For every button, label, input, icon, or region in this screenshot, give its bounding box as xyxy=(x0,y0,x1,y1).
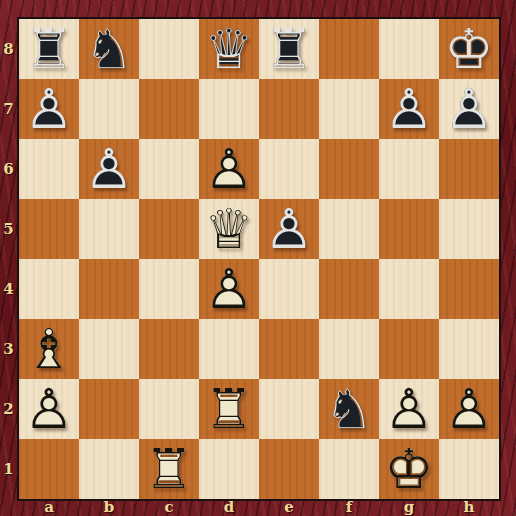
square-c5[interactable] xyxy=(139,199,199,259)
square-d5[interactable]: ♛♕ xyxy=(199,199,259,259)
square-f6[interactable] xyxy=(319,139,379,199)
square-d4[interactable]: ♟♙ xyxy=(199,259,259,319)
square-b8[interactable]: ♞♘ xyxy=(79,19,139,79)
piece-outline-glyph: ♘ xyxy=(79,19,139,79)
rank-label-3: 3 xyxy=(0,319,17,379)
square-h1[interactable] xyxy=(439,439,499,499)
piece-outline-glyph: ♕ xyxy=(199,19,259,79)
piece-outline-glyph: ♙ xyxy=(79,139,139,199)
black-knight[interactable]: ♞♘ xyxy=(319,379,379,439)
black-knight[interactable]: ♞♘ xyxy=(79,19,139,79)
square-d6[interactable]: ♟♙ xyxy=(199,139,259,199)
square-h3[interactable] xyxy=(439,319,499,379)
square-h5[interactable] xyxy=(439,199,499,259)
rank-label-6: 6 xyxy=(0,139,17,199)
chess-board: ♜♖♞♘♛♕♜♖♚♔♟♙♟♙♟♙♟♙♟♙♛♕♟♙♟♙♝♗♟♙♜♖♞♘♟♙♟♙♜♖… xyxy=(17,17,501,501)
black-pawn[interactable]: ♟♙ xyxy=(19,79,79,139)
square-e8[interactable]: ♜♖ xyxy=(259,19,319,79)
piece-outline-glyph: ♖ xyxy=(199,379,259,439)
white-bishop[interactable]: ♝♗ xyxy=(19,319,79,379)
piece-outline-glyph: ♙ xyxy=(199,139,259,199)
file-label-g: g xyxy=(379,499,439,515)
square-h8[interactable]: ♚♔ xyxy=(439,19,499,79)
rank-label-2: 2 xyxy=(0,379,17,439)
square-b1[interactable] xyxy=(79,439,139,499)
piece-outline-glyph: ♙ xyxy=(379,79,439,139)
square-c3[interactable] xyxy=(139,319,199,379)
white-pawn[interactable]: ♟♙ xyxy=(19,379,79,439)
piece-outline-glyph: ♙ xyxy=(379,379,439,439)
rank-label-7: 7 xyxy=(0,79,17,139)
file-label-f: f xyxy=(319,499,379,515)
square-e3[interactable] xyxy=(259,319,319,379)
square-d7[interactable] xyxy=(199,79,259,139)
piece-outline-glyph: ♗ xyxy=(19,319,79,379)
black-pawn[interactable]: ♟♙ xyxy=(259,199,319,259)
piece-outline-glyph: ♕ xyxy=(199,199,259,259)
black-pawn[interactable]: ♟♙ xyxy=(379,79,439,139)
square-e6[interactable] xyxy=(259,139,319,199)
square-g2[interactable]: ♟♙ xyxy=(379,379,439,439)
piece-outline-glyph: ♖ xyxy=(19,19,79,79)
square-g1[interactable]: ♚♔ xyxy=(379,439,439,499)
piece-outline-glyph: ♔ xyxy=(439,19,499,79)
square-a1[interactable] xyxy=(19,439,79,499)
square-a3[interactable]: ♝♗ xyxy=(19,319,79,379)
rank-label-8: 8 xyxy=(0,19,17,79)
rank-label-4: 4 xyxy=(0,259,17,319)
piece-outline-glyph: ♙ xyxy=(259,199,319,259)
square-f7[interactable] xyxy=(319,79,379,139)
square-d3[interactable] xyxy=(199,319,259,379)
square-g3[interactable] xyxy=(379,319,439,379)
square-a5[interactable] xyxy=(19,199,79,259)
black-pawn[interactable]: ♟♙ xyxy=(79,139,139,199)
square-e7[interactable] xyxy=(259,79,319,139)
square-e5[interactable]: ♟♙ xyxy=(259,199,319,259)
square-f4[interactable] xyxy=(319,259,379,319)
white-rook[interactable]: ♜♖ xyxy=(199,379,259,439)
square-h6[interactable] xyxy=(439,139,499,199)
rank-label-5: 5 xyxy=(0,199,17,259)
square-d2[interactable]: ♜♖ xyxy=(199,379,259,439)
black-rook[interactable]: ♜♖ xyxy=(19,19,79,79)
piece-outline-glyph: ♙ xyxy=(19,79,79,139)
square-f1[interactable] xyxy=(319,439,379,499)
square-c1[interactable]: ♜♖ xyxy=(139,439,199,499)
square-b5[interactable] xyxy=(79,199,139,259)
square-f2[interactable]: ♞♘ xyxy=(319,379,379,439)
square-e1[interactable] xyxy=(259,439,319,499)
square-f5[interactable] xyxy=(319,199,379,259)
piece-outline-glyph: ♙ xyxy=(199,259,259,319)
square-d8[interactable]: ♛♕ xyxy=(199,19,259,79)
square-a4[interactable] xyxy=(19,259,79,319)
square-b6[interactable]: ♟♙ xyxy=(79,139,139,199)
square-e4[interactable] xyxy=(259,259,319,319)
square-f3[interactable] xyxy=(319,319,379,379)
piece-outline-glyph: ♙ xyxy=(439,379,499,439)
white-pawn[interactable]: ♟♙ xyxy=(199,139,259,199)
square-f8[interactable] xyxy=(319,19,379,79)
square-c7[interactable] xyxy=(139,79,199,139)
file-label-c: c xyxy=(139,499,199,515)
black-king[interactable]: ♚♔ xyxy=(439,19,499,79)
square-b4[interactable] xyxy=(79,259,139,319)
square-a7[interactable]: ♟♙ xyxy=(19,79,79,139)
square-d1[interactable] xyxy=(199,439,259,499)
square-c4[interactable] xyxy=(139,259,199,319)
square-h4[interactable] xyxy=(439,259,499,319)
piece-outline-glyph: ♙ xyxy=(439,79,499,139)
square-h7[interactable]: ♟♙ xyxy=(439,79,499,139)
square-g4[interactable] xyxy=(379,259,439,319)
square-g7[interactable]: ♟♙ xyxy=(379,79,439,139)
piece-outline-glyph: ♔ xyxy=(379,439,439,499)
piece-outline-glyph: ♙ xyxy=(19,379,79,439)
white-pawn[interactable]: ♟♙ xyxy=(439,379,499,439)
white-pawn[interactable]: ♟♙ xyxy=(199,259,259,319)
piece-outline-glyph: ♖ xyxy=(139,439,199,499)
square-c8[interactable] xyxy=(139,19,199,79)
file-label-e: e xyxy=(259,499,319,515)
square-g8[interactable] xyxy=(379,19,439,79)
square-b3[interactable] xyxy=(79,319,139,379)
square-a2[interactable]: ♟♙ xyxy=(19,379,79,439)
square-h2[interactable]: ♟♙ xyxy=(439,379,499,439)
white-king[interactable]: ♚♔ xyxy=(379,439,439,499)
file-label-h: h xyxy=(439,499,499,515)
black-rook[interactable]: ♜♖ xyxy=(259,19,319,79)
square-a6[interactable] xyxy=(19,139,79,199)
square-g6[interactable] xyxy=(379,139,439,199)
black-queen[interactable]: ♛♕ xyxy=(199,19,259,79)
black-pawn[interactable]: ♟♙ xyxy=(439,79,499,139)
square-a8[interactable]: ♜♖ xyxy=(19,19,79,79)
square-e2[interactable] xyxy=(259,379,319,439)
white-rook[interactable]: ♜♖ xyxy=(139,439,199,499)
square-b2[interactable] xyxy=(79,379,139,439)
chessboard-frame: ♜♖♞♘♛♕♜♖♚♔♟♙♟♙♟♙♟♙♟♙♛♕♟♙♟♙♝♗♟♙♜♖♞♘♟♙♟♙♜♖… xyxy=(0,0,516,516)
rank-label-1: 1 xyxy=(0,439,17,499)
square-b7[interactable] xyxy=(79,79,139,139)
white-pawn[interactable]: ♟♙ xyxy=(379,379,439,439)
file-label-d: d xyxy=(199,499,259,515)
square-c2[interactable] xyxy=(139,379,199,439)
file-label-a: a xyxy=(19,499,79,515)
file-label-b: b xyxy=(79,499,139,515)
square-g5[interactable] xyxy=(379,199,439,259)
piece-outline-glyph: ♖ xyxy=(259,19,319,79)
piece-outline-glyph: ♘ xyxy=(319,379,379,439)
white-queen[interactable]: ♛♕ xyxy=(199,199,259,259)
square-c6[interactable] xyxy=(139,139,199,199)
